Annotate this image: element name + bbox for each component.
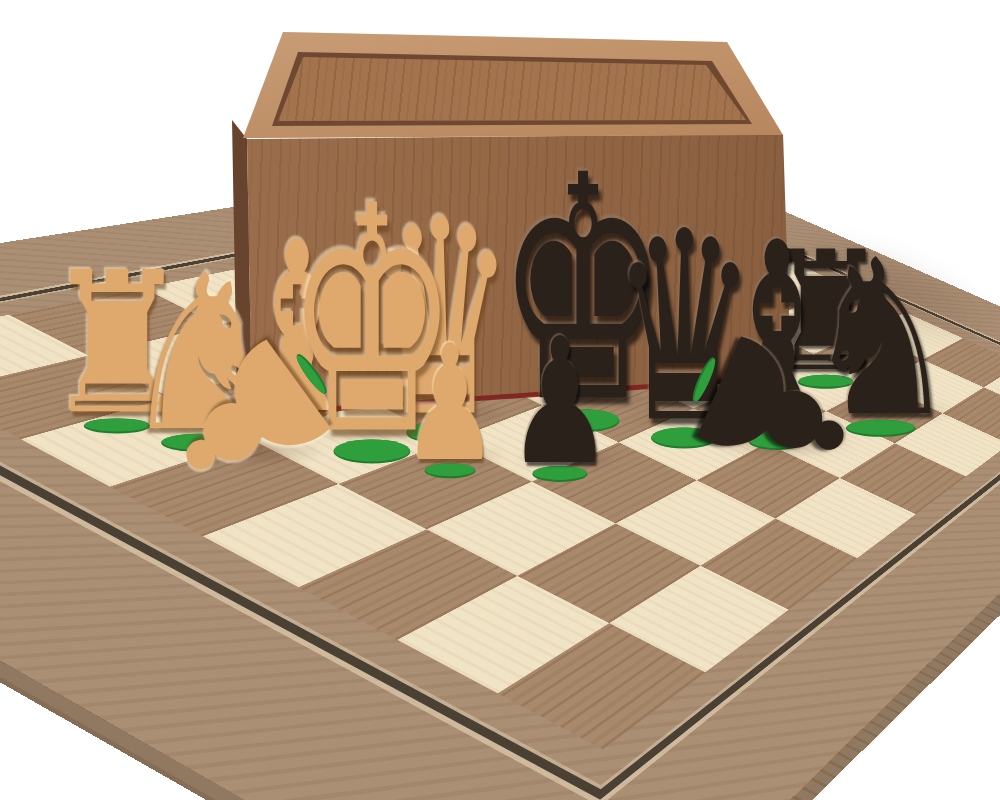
black-pawn-glyph: ♟ — [507, 315, 613, 489]
chess-set-photo: ♜♞♝♚♛♟♟♟♚♛♝♜♞♟ — [0, 0, 1000, 800]
pieces-layer: ♜♞♝♚♛♟♟♟♚♛♝♜♞♟ — [0, 0, 1000, 800]
white-pawn-glyph: ♟ — [401, 324, 499, 484]
white-pawn-standing-piece: ♟ — [401, 324, 499, 484]
black-pawn-standing-piece: ♟ — [507, 315, 613, 489]
